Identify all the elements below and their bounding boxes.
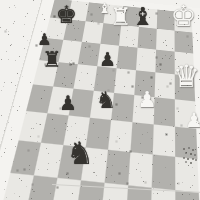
- board-photo: ♚♝♜♝♚♟♜♟♛♟♞♟♟♞: [0, 0, 200, 200]
- square-f2: [128, 152, 153, 188]
- square-e6: [117, 46, 138, 71]
- square-f5: [134, 70, 155, 97]
- square-h8: [174, 11, 192, 32]
- square-f4: [132, 95, 154, 124]
- square-g7: [156, 29, 175, 52]
- square-d7: [100, 23, 121, 46]
- square-g6: [155, 50, 174, 75]
- square-e7: [119, 25, 139, 48]
- grain-dots: [0, 0, 1, 1]
- square-g3: [153, 124, 175, 156]
- square-h5: [175, 74, 195, 101]
- board-grid: [1, 0, 200, 200]
- square-h7: [175, 31, 194, 54]
- square-f7: [138, 27, 157, 50]
- square-g5: [155, 72, 175, 99]
- square-f3: [130, 122, 153, 154]
- square-g4: [154, 97, 175, 126]
- square-e4: [111, 93, 134, 122]
- square-e8: [121, 6, 140, 27]
- square-e5: [114, 68, 136, 95]
- square-h4: [175, 99, 196, 129]
- square-d3: [86, 118, 111, 150]
- square-d6: [97, 44, 119, 68]
- square-f6: [136, 48, 156, 73]
- square-d5: [94, 66, 117, 93]
- square-d2: [81, 147, 108, 182]
- board-brand-mark: [182, 147, 197, 164]
- square-e3: [108, 120, 132, 152]
- chessboard-sheet: [0, 0, 200, 200]
- square-e2: [105, 150, 131, 186]
- square-h6: [175, 52, 194, 77]
- square-f8: [139, 8, 157, 29]
- square-g8: [157, 10, 175, 31]
- square-e1: [101, 183, 128, 200]
- square-d1: [76, 180, 105, 200]
- square-d4: [90, 91, 114, 120]
- square-g2: [152, 154, 176, 190]
- square-d8: [103, 4, 123, 25]
